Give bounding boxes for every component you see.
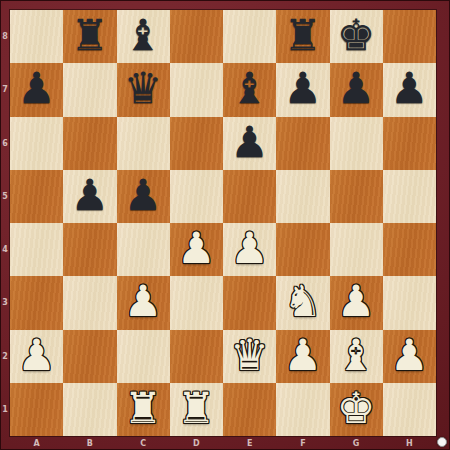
file-label-a: A <box>10 436 63 450</box>
rank-label-6: 6 <box>0 117 10 170</box>
black-pawn[interactable]: ♟ <box>337 67 376 110</box>
square-e7[interactable]: ♝ <box>223 63 276 116</box>
white-bishop[interactable]: ♝ <box>337 334 376 377</box>
square-f3[interactable]: ♞ <box>276 276 329 329</box>
square-g7[interactable]: ♟ <box>330 63 383 116</box>
square-h6[interactable] <box>383 117 436 170</box>
square-f2[interactable]: ♟ <box>276 330 329 383</box>
white-rook[interactable]: ♜ <box>124 387 163 430</box>
white-pawn[interactable]: ♟ <box>337 280 376 323</box>
square-a6[interactable] <box>10 117 63 170</box>
rank-label-4: 4 <box>0 223 10 276</box>
black-bishop[interactable]: ♝ <box>124 14 163 57</box>
square-d6[interactable] <box>170 117 223 170</box>
square-b4[interactable] <box>63 223 116 276</box>
square-h3[interactable] <box>383 276 436 329</box>
square-c5[interactable]: ♟ <box>117 170 170 223</box>
square-e2[interactable]: ♛ <box>223 330 276 383</box>
square-e3[interactable] <box>223 276 276 329</box>
white-queen[interactable]: ♛ <box>230 334 269 377</box>
square-a4[interactable] <box>10 223 63 276</box>
square-c3[interactable]: ♟ <box>117 276 170 329</box>
square-f6[interactable] <box>276 117 329 170</box>
white-pawn[interactable]: ♟ <box>124 280 163 323</box>
square-f1[interactable] <box>276 383 329 436</box>
file-label-e: E <box>223 436 276 450</box>
file-label-d: D <box>170 436 223 450</box>
black-rook[interactable]: ♜ <box>284 14 323 57</box>
file-label-b: B <box>63 436 116 450</box>
square-c1[interactable]: ♜ <box>117 383 170 436</box>
square-f4[interactable] <box>276 223 329 276</box>
square-g8[interactable]: ♚ <box>330 10 383 63</box>
white-pawn[interactable]: ♟ <box>390 334 429 377</box>
white-king[interactable]: ♚ <box>337 387 376 430</box>
square-e6[interactable]: ♟ <box>223 117 276 170</box>
square-d8[interactable] <box>170 10 223 63</box>
square-d3[interactable] <box>170 276 223 329</box>
square-c8[interactable]: ♝ <box>117 10 170 63</box>
square-h2[interactable]: ♟ <box>383 330 436 383</box>
square-b8[interactable]: ♜ <box>63 10 116 63</box>
white-pawn[interactable]: ♟ <box>230 227 269 270</box>
black-bishop[interactable]: ♝ <box>230 67 269 110</box>
square-e1[interactable] <box>223 383 276 436</box>
square-e4[interactable]: ♟ <box>223 223 276 276</box>
rank-labels: 87654321 <box>0 10 10 436</box>
white-pawn[interactable]: ♟ <box>17 334 56 377</box>
black-pawn[interactable]: ♟ <box>71 174 110 217</box>
square-e8[interactable] <box>223 10 276 63</box>
square-e5[interactable] <box>223 170 276 223</box>
file-label-h: H <box>383 436 436 450</box>
file-label-f: F <box>276 436 329 450</box>
square-b7[interactable] <box>63 63 116 116</box>
square-c7[interactable]: ♛ <box>117 63 170 116</box>
square-d1[interactable]: ♜ <box>170 383 223 436</box>
rank-label-7: 7 <box>0 63 10 116</box>
chess-board-frame: 87654321 ♜♝♜♚♟♛♝♟♟♟♟♟♟♟♟♟♞♟♟♛♟♝♟♜♜♚ ABCD… <box>0 0 450 450</box>
rank-label-8: 8 <box>0 10 10 63</box>
white-rook[interactable]: ♜ <box>177 387 216 430</box>
square-b3[interactable] <box>63 276 116 329</box>
square-h1[interactable] <box>383 383 436 436</box>
file-label-g: G <box>330 436 383 450</box>
white-pawn[interactable]: ♟ <box>177 227 216 270</box>
rank-label-3: 3 <box>0 276 10 329</box>
square-a3[interactable] <box>10 276 63 329</box>
square-f7[interactable]: ♟ <box>276 63 329 116</box>
white-pawn[interactable]: ♟ <box>284 334 323 377</box>
square-a7[interactable]: ♟ <box>10 63 63 116</box>
square-d4[interactable]: ♟ <box>170 223 223 276</box>
square-d5[interactable] <box>170 170 223 223</box>
square-b5[interactable]: ♟ <box>63 170 116 223</box>
white-knight[interactable]: ♞ <box>284 280 323 323</box>
square-a5[interactable] <box>10 170 63 223</box>
square-a2[interactable]: ♟ <box>10 330 63 383</box>
rank-label-1: 1 <box>0 383 10 436</box>
black-pawn[interactable]: ♟ <box>124 174 163 217</box>
square-f5[interactable] <box>276 170 329 223</box>
square-h5[interactable] <box>383 170 436 223</box>
square-g6[interactable] <box>330 117 383 170</box>
square-b6[interactable] <box>63 117 116 170</box>
black-queen[interactable]: ♛ <box>124 67 163 110</box>
square-d2[interactable] <box>170 330 223 383</box>
square-c6[interactable] <box>117 117 170 170</box>
square-a8[interactable] <box>10 10 63 63</box>
square-c4[interactable] <box>117 223 170 276</box>
board: ♜♝♜♚♟♛♝♟♟♟♟♟♟♟♟♟♞♟♟♛♟♝♟♜♜♚ <box>10 10 436 436</box>
square-h7[interactable]: ♟ <box>383 63 436 116</box>
rank-label-2: 2 <box>0 330 10 383</box>
square-g3[interactable]: ♟ <box>330 276 383 329</box>
black-pawn[interactable]: ♟ <box>284 67 323 110</box>
square-g1[interactable]: ♚ <box>330 383 383 436</box>
square-c2[interactable] <box>117 330 170 383</box>
file-label-c: C <box>117 436 170 450</box>
rank-label-5: 5 <box>0 170 10 223</box>
square-f8[interactable]: ♜ <box>276 10 329 63</box>
square-h8[interactable] <box>383 10 436 63</box>
black-pawn[interactable]: ♟ <box>230 121 269 164</box>
square-g4[interactable] <box>330 223 383 276</box>
square-d7[interactable] <box>170 63 223 116</box>
white-to-move-indicator <box>437 437 447 447</box>
black-rook[interactable]: ♜ <box>71 14 110 57</box>
square-h4[interactable] <box>383 223 436 276</box>
square-b1[interactable] <box>63 383 116 436</box>
square-g5[interactable] <box>330 170 383 223</box>
square-b2[interactable] <box>63 330 116 383</box>
file-labels: ABCDEFGH <box>10 436 436 450</box>
black-pawn[interactable]: ♟ <box>17 67 56 110</box>
black-king[interactable]: ♚ <box>337 14 376 57</box>
square-a1[interactable] <box>10 383 63 436</box>
black-pawn[interactable]: ♟ <box>390 67 429 110</box>
square-g2[interactable]: ♝ <box>330 330 383 383</box>
